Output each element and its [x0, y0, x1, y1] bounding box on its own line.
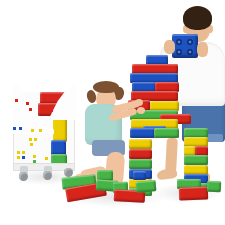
- brick-green: [136, 180, 157, 193]
- product-photo: [0, 0, 225, 225]
- brick-red: [179, 186, 208, 200]
- brick-green: [207, 181, 222, 193]
- scattered-bricks: [0, 0, 225, 225]
- brick-blue: [133, 171, 146, 180]
